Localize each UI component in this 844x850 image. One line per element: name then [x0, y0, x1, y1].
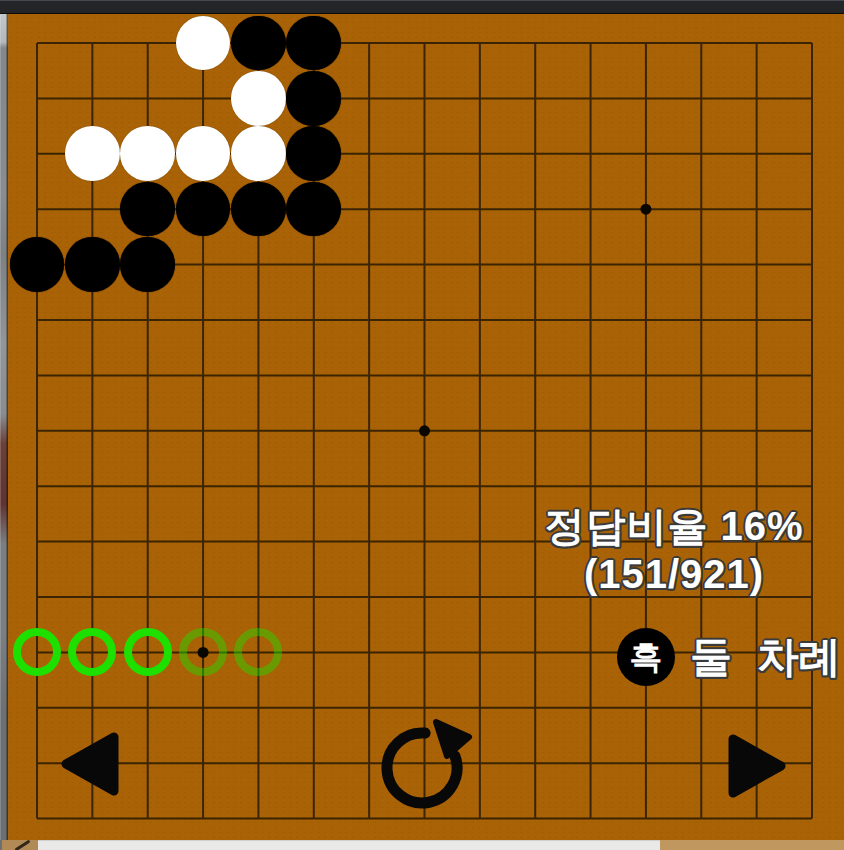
black-stone — [65, 237, 120, 292]
board-cell[interactable] — [175, 15, 230, 70]
next-button[interactable] — [725, 733, 789, 799]
white-stone — [231, 71, 286, 126]
board-cell[interactable] — [286, 181, 341, 236]
white-stone — [231, 126, 286, 181]
previous-arrow-icon — [66, 737, 114, 791]
board-cell[interactable] — [286, 71, 341, 126]
black-stone — [231, 182, 286, 237]
black-stone — [176, 182, 231, 237]
green-circle-marker — [124, 628, 172, 676]
black-stone — [286, 16, 341, 71]
black-stone — [286, 126, 341, 181]
board-cell[interactable] — [120, 126, 175, 181]
turn-indicator: 흑 둘 차례 — [617, 628, 841, 686]
board-cell[interactable] — [9, 237, 64, 292]
board-cell[interactable] — [231, 625, 286, 680]
refresh-icon — [387, 722, 469, 803]
previous-button[interactable] — [60, 730, 122, 798]
answer-count-label: (151/921) — [584, 552, 764, 597]
board-cell[interactable] — [65, 237, 120, 292]
turn-stone-label: 흑 — [630, 635, 663, 680]
board-cell[interactable] — [231, 15, 286, 70]
green-circle-marker — [68, 628, 116, 676]
answer-rate-label: 정답비율 16% — [544, 499, 803, 554]
go-board-area: 정답비율 16% (151/921) 흑 둘 차례 — [0, 0, 844, 850]
bottom-gray-segment — [38, 840, 660, 850]
top-status-bar — [0, 0, 844, 14]
board-cell[interactable] — [65, 126, 120, 181]
board-cell[interactable] — [175, 181, 230, 236]
board-cell[interactable] — [9, 625, 64, 680]
board-cell[interactable] — [65, 625, 120, 680]
black-stone — [120, 182, 175, 237]
black-stone-badge: 흑 — [617, 628, 675, 686]
board-cell[interactable] — [120, 237, 175, 292]
green-circle-marker-faded — [234, 628, 282, 676]
board-cell[interactable] — [231, 71, 286, 126]
black-stone — [120, 237, 175, 292]
black-stone — [231, 16, 286, 71]
cutoff-glyph — [15, 840, 31, 850]
white-stone — [120, 126, 175, 181]
board-cell[interactable] — [231, 181, 286, 236]
white-stone — [176, 126, 231, 181]
black-stone — [286, 71, 341, 126]
next-arrow-icon — [733, 739, 781, 793]
board-cell[interactable] — [286, 15, 341, 70]
board-cell[interactable] — [175, 625, 230, 680]
bottom-left-segment — [2, 840, 38, 850]
board-cell[interactable] — [286, 126, 341, 181]
board-cell[interactable] — [120, 181, 175, 236]
white-stone — [65, 126, 120, 181]
bottom-right-segment — [660, 840, 844, 850]
turn-text: 둘 차례 — [690, 629, 841, 685]
green-circle-marker — [13, 628, 61, 676]
board-cell[interactable] — [120, 625, 175, 680]
black-stone — [286, 182, 341, 237]
refresh-button[interactable] — [378, 715, 476, 815]
green-circle-marker-faded — [179, 628, 227, 676]
black-stone — [10, 237, 65, 292]
white-stone — [176, 16, 231, 71]
board-cell[interactable] — [175, 126, 230, 181]
bottom-edge-bar — [0, 840, 844, 850]
left-scrollbar[interactable] — [0, 14, 8, 840]
board-cell[interactable] — [231, 126, 286, 181]
